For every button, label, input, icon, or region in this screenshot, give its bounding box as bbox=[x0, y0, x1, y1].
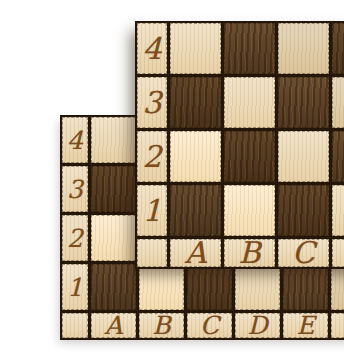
file-label: B bbox=[139, 313, 184, 338]
board-square bbox=[170, 77, 221, 128]
board-square bbox=[224, 185, 275, 236]
board-square bbox=[91, 215, 136, 261]
file-label bbox=[332, 239, 344, 267]
photo-scene: 4321ABC 4321ABCDE bbox=[0, 0, 344, 360]
board-square bbox=[224, 23, 275, 74]
rank-label: 4 bbox=[137, 23, 167, 74]
file-label: C bbox=[187, 313, 232, 338]
corner-square bbox=[62, 313, 88, 338]
large-chessboard: 4321ABC bbox=[135, 21, 344, 269]
board-square bbox=[170, 131, 221, 182]
board-square bbox=[331, 264, 344, 310]
board-square bbox=[139, 264, 184, 310]
rank-label: 1 bbox=[62, 264, 88, 310]
board-square bbox=[278, 185, 329, 236]
board-square bbox=[91, 264, 136, 310]
board-square bbox=[170, 23, 221, 74]
rank-label: 2 bbox=[62, 215, 88, 261]
file-label: A bbox=[170, 239, 221, 267]
board-square bbox=[332, 77, 344, 128]
board-square bbox=[278, 77, 329, 128]
board-square bbox=[332, 23, 344, 74]
board-square bbox=[170, 185, 221, 236]
board-square bbox=[224, 77, 275, 128]
rank-label: 2 bbox=[137, 131, 167, 182]
board-square bbox=[283, 264, 328, 310]
corner-square bbox=[137, 239, 167, 267]
rank-label: 1 bbox=[137, 185, 167, 236]
board-square bbox=[332, 131, 344, 182]
board-square bbox=[278, 23, 329, 74]
rank-label: 4 bbox=[62, 117, 88, 163]
file-label: A bbox=[91, 313, 136, 338]
board-square bbox=[187, 264, 232, 310]
board-square bbox=[332, 185, 344, 236]
rank-label: 3 bbox=[137, 77, 167, 128]
board-square bbox=[224, 131, 275, 182]
board-square bbox=[91, 166, 136, 212]
file-label: D bbox=[235, 313, 280, 338]
file-label: B bbox=[224, 239, 275, 267]
board-square bbox=[91, 117, 136, 163]
file-label: E bbox=[283, 313, 328, 338]
board-square bbox=[235, 264, 280, 310]
file-label: C bbox=[278, 239, 329, 267]
rank-label: 3 bbox=[62, 166, 88, 212]
board-square bbox=[278, 131, 329, 182]
file-label bbox=[331, 313, 344, 338]
